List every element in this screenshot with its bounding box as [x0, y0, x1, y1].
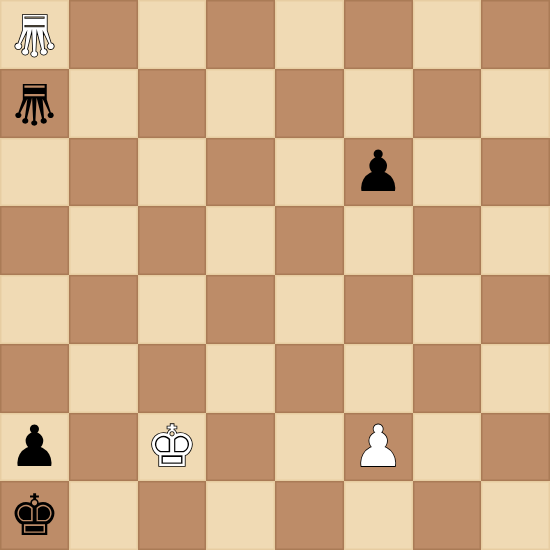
square-e3[interactable] — [275, 344, 344, 413]
square-e5[interactable] — [275, 206, 344, 275]
square-c4[interactable] — [138, 275, 207, 344]
square-a2[interactable]: ♟ — [0, 413, 69, 482]
square-a8[interactable]: ♛ — [0, 0, 69, 69]
square-a4[interactable] — [0, 275, 69, 344]
chess-board: ♛♛♟♟♚♟♚ — [0, 0, 550, 550]
square-a1[interactable]: ♚ — [0, 481, 69, 550]
square-d8[interactable] — [206, 0, 275, 69]
square-a7[interactable]: ♛ — [0, 69, 69, 138]
piece-white-king-c2[interactable]: ♚ — [146, 418, 197, 475]
square-c8[interactable] — [138, 0, 207, 69]
piece-black-pawn-f6[interactable]: ♟ — [353, 143, 404, 200]
square-g3[interactable] — [413, 344, 482, 413]
square-c1[interactable] — [138, 481, 207, 550]
square-h6[interactable] — [481, 138, 550, 207]
square-c3[interactable] — [138, 344, 207, 413]
square-c2[interactable]: ♚ — [138, 413, 207, 482]
square-d1[interactable] — [206, 481, 275, 550]
piece-black-queen-a7[interactable]: ♛ — [9, 75, 60, 132]
square-f1[interactable] — [344, 481, 413, 550]
piece-black-pawn-a2[interactable]: ♟ — [9, 418, 60, 475]
square-d7[interactable] — [206, 69, 275, 138]
square-h8[interactable] — [481, 0, 550, 69]
square-d6[interactable] — [206, 138, 275, 207]
square-f6[interactable]: ♟ — [344, 138, 413, 207]
square-g7[interactable] — [413, 69, 482, 138]
square-b4[interactable] — [69, 275, 138, 344]
square-f3[interactable] — [344, 344, 413, 413]
square-f8[interactable] — [344, 0, 413, 69]
square-d3[interactable] — [206, 344, 275, 413]
square-b1[interactable] — [69, 481, 138, 550]
square-h2[interactable] — [481, 413, 550, 482]
square-h5[interactable] — [481, 206, 550, 275]
square-a3[interactable] — [0, 344, 69, 413]
square-e6[interactable] — [275, 138, 344, 207]
square-e4[interactable] — [275, 275, 344, 344]
square-b7[interactable] — [69, 69, 138, 138]
square-e2[interactable] — [275, 413, 344, 482]
square-d4[interactable] — [206, 275, 275, 344]
square-e1[interactable] — [275, 481, 344, 550]
square-f5[interactable] — [344, 206, 413, 275]
square-g8[interactable] — [413, 0, 482, 69]
square-c5[interactable] — [138, 206, 207, 275]
square-g1[interactable] — [413, 481, 482, 550]
square-g6[interactable] — [413, 138, 482, 207]
square-b5[interactable] — [69, 206, 138, 275]
square-e7[interactable] — [275, 69, 344, 138]
square-b8[interactable] — [69, 0, 138, 69]
square-f2[interactable]: ♟ — [344, 413, 413, 482]
square-g4[interactable] — [413, 275, 482, 344]
square-c7[interactable] — [138, 69, 207, 138]
square-f4[interactable] — [344, 275, 413, 344]
square-h3[interactable] — [481, 344, 550, 413]
square-b2[interactable] — [69, 413, 138, 482]
square-b3[interactable] — [69, 344, 138, 413]
square-b6[interactable] — [69, 138, 138, 207]
square-g2[interactable] — [413, 413, 482, 482]
square-f7[interactable] — [344, 69, 413, 138]
square-c6[interactable] — [138, 138, 207, 207]
square-g5[interactable] — [413, 206, 482, 275]
square-h7[interactable] — [481, 69, 550, 138]
piece-white-pawn-f2[interactable]: ♟ — [353, 418, 404, 475]
square-a5[interactable] — [0, 206, 69, 275]
piece-black-king-a1[interactable]: ♚ — [9, 487, 60, 544]
square-d5[interactable] — [206, 206, 275, 275]
square-d2[interactable] — [206, 413, 275, 482]
square-e8[interactable] — [275, 0, 344, 69]
square-a6[interactable] — [0, 138, 69, 207]
square-h4[interactable] — [481, 275, 550, 344]
piece-white-queen-a8[interactable]: ♛ — [9, 6, 60, 63]
square-h1[interactable] — [481, 481, 550, 550]
